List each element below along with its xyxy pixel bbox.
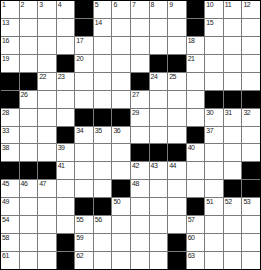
clue-number: 46 [21,180,28,188]
cell-r7c4[interactable] [57,109,75,126]
black-cell-r2c5 [75,19,93,36]
cell-r6c10[interactable] [168,91,186,108]
black-cell-r7c7 [112,109,130,126]
cell-r14c8[interactable] [131,234,149,251]
cell-r4c12[interactable] [205,55,223,72]
clue-number: 10 [206,1,213,9]
cell-r1c13[interactable]: 11 [224,1,242,18]
cell-r13c7[interactable] [112,216,130,233]
clue-number: 60 [188,234,195,242]
cell-r2c1[interactable]: 13 [1,19,19,36]
cell-r3c3[interactable] [38,37,56,54]
cell-r13c13[interactable] [224,216,242,233]
cell-r9c2[interactable] [20,144,38,161]
black-cell-r15c10 [168,252,186,269]
cell-r11c10[interactable] [168,180,186,197]
clue-number: 47 [39,180,46,188]
cell-r15c2[interactable] [20,252,38,269]
cell-r8c13[interactable] [224,127,242,144]
cell-r12c12[interactable]: 51 [205,198,223,215]
clue-number: 56 [95,216,102,224]
black-cell-r12c5 [75,198,93,215]
cell-r3c11[interactable]: 18 [187,37,205,54]
clue-number: 35 [95,127,102,135]
cell-r12c9[interactable] [150,198,168,215]
cell-r7c1[interactable]: 28 [1,109,19,126]
cell-r8c5[interactable]: 34 [75,127,93,144]
black-cell-r12c6 [94,198,112,215]
cell-r6c4[interactable] [57,91,75,108]
cell-r1c3[interactable]: 3 [38,1,56,18]
cell-r10c8[interactable]: 42 [131,162,149,179]
cell-r13c10[interactable] [168,216,186,233]
black-cell-r11c7 [112,180,130,197]
clue-number: 23 [58,73,65,81]
cell-r2c9[interactable] [150,19,168,36]
clue-number: 59 [76,234,83,242]
cell-r2c8[interactable] [131,19,149,36]
cell-r3c13[interactable] [224,37,242,54]
cell-r5c13[interactable] [224,73,242,90]
cell-r3c2[interactable] [20,37,38,54]
cell-r10c13[interactable] [224,162,242,179]
cell-r2c2[interactable] [20,19,38,36]
cell-r12c8[interactable] [131,198,149,215]
clue-number: 61 [2,252,9,260]
cell-r15c11[interactable]: 63 [187,252,205,269]
cell-r1c6[interactable]: 5 [94,1,112,18]
clue-number: 40 [188,144,195,152]
cell-r5c4[interactable]: 23 [57,73,75,90]
cell-r13c2[interactable] [20,216,38,233]
cell-r10c4[interactable]: 41 [57,162,75,179]
clue-number: 62 [76,252,83,260]
black-cell-r5c8 [131,73,149,90]
cell-r15c8[interactable] [131,252,149,269]
cell-r3c10[interactable] [168,37,186,54]
black-cell-r6c12 [205,91,223,108]
black-cell-r7c6 [94,109,112,126]
black-cell-r14c4 [57,234,75,251]
black-cell-r10c3 [38,162,56,179]
black-cell-r1c11 [187,1,205,18]
cell-r5c9[interactable]: 24 [150,73,168,90]
cell-r3c12[interactable] [205,37,223,54]
cell-r12c14[interactable]: 53 [242,198,260,215]
cell-r10c12[interactable] [205,162,223,179]
cell-r4c5[interactable]: 20 [75,55,93,72]
black-cell-r1c5 [75,1,93,18]
black-cell-r4c4 [57,55,75,72]
cell-r7c11[interactable] [187,109,205,126]
clue-number: 24 [151,73,158,81]
black-cell-r15c4 [57,252,75,269]
black-cell-r6c13 [224,91,242,108]
cell-r8c1[interactable]: 33 [1,127,19,144]
cell-r12c1[interactable]: 49 [1,198,19,215]
cell-r1c7[interactable]: 6 [112,1,130,18]
cell-r6c6[interactable] [94,91,112,108]
cell-r4c14[interactable] [242,55,260,72]
cell-r9c7[interactable] [112,144,130,161]
cell-r12c4[interactable] [57,198,75,215]
clue-number: 49 [2,198,9,206]
cell-r15c12[interactable] [205,252,223,269]
cell-r5c5[interactable] [75,73,93,90]
clue-number: 63 [188,252,195,260]
clue-number: 11 [225,1,231,9]
cell-r11c1[interactable]: 45 [1,180,19,197]
cell-r9c1[interactable]: 38 [1,144,19,161]
cell-r2c7[interactable] [112,19,130,36]
cell-r5c6[interactable] [94,73,112,90]
black-cell-r11c13 [224,180,242,197]
clue-number: 54 [2,216,9,224]
cell-r14c5[interactable]: 59 [75,234,93,251]
cell-r14c14[interactable] [242,234,260,251]
clue-number: 57 [188,216,195,224]
cell-r8c9[interactable] [150,127,168,144]
clue-number: 9 [169,1,172,9]
cell-r8c8[interactable] [131,127,149,144]
clue-number: 58 [2,234,9,242]
cell-r7c12[interactable]: 30 [205,109,223,126]
cell-r5c14[interactable] [242,73,260,90]
clue-number: 38 [2,144,9,152]
cell-r1c10[interactable]: 9 [168,1,186,18]
clue-number: 1 [2,1,5,9]
clue-number: 25 [169,73,176,81]
cell-r3c1[interactable]: 16 [1,37,19,54]
cell-r12c3[interactable] [38,198,56,215]
clue-number: 27 [132,91,139,99]
clue-number: 52 [225,198,232,206]
cell-r6c11[interactable] [187,91,205,108]
cell-r14c2[interactable] [20,234,38,251]
cell-r15c9[interactable] [150,252,168,269]
cell-r6c5[interactable] [75,91,93,108]
clue-number: 53 [243,198,250,206]
clue-number: 45 [2,180,9,188]
cell-r14c1[interactable]: 58 [1,234,19,251]
clue-number: 18 [188,37,195,45]
cell-r9c14[interactable] [242,144,260,161]
cell-r13c4[interactable] [57,216,75,233]
cell-r1c12[interactable]: 10 [205,1,223,18]
cell-r3c9[interactable] [150,37,168,54]
clue-number: 20 [76,55,83,63]
clue-number: 17 [76,37,83,45]
clue-number: 14 [95,19,102,27]
clue-number: 5 [95,1,98,9]
cell-r1c2[interactable]: 2 [20,1,38,18]
black-cell-r12c11 [187,198,205,215]
black-cell-r10c1 [1,162,19,179]
cell-r5c7[interactable] [112,73,130,90]
black-cell-r9c10 [168,144,186,161]
cell-r13c6[interactable]: 56 [94,216,112,233]
clue-number: 34 [76,127,83,135]
clue-number: 36 [113,127,120,135]
cell-r12c2[interactable] [20,198,38,215]
cell-r3c14[interactable] [242,37,260,54]
cell-r15c14[interactable] [242,252,260,269]
cell-r13c14[interactable] [242,216,260,233]
clue-number: 39 [58,144,65,152]
black-cell-r5c2 [20,73,38,90]
clue-number: 51 [206,198,213,206]
cell-r9c13[interactable] [224,144,242,161]
clue-number: 41 [58,162,65,170]
cell-r15c5[interactable]: 62 [75,252,93,269]
clue-number: 19 [2,55,9,63]
cell-r1c1[interactable]: 1 [1,1,19,18]
cell-r14c7[interactable] [112,234,130,251]
cell-r2c4[interactable] [57,19,75,36]
clue-number: 4 [58,1,61,9]
cell-r13c9[interactable] [150,216,168,233]
cell-r6c8[interactable]: 27 [131,91,149,108]
clue-number: 42 [132,162,139,170]
cell-r11c6[interactable] [94,180,112,197]
cell-r7c3[interactable] [38,109,56,126]
cell-r13c3[interactable] [38,216,56,233]
cell-r11c12[interactable] [205,180,223,197]
cell-r7c8[interactable]: 29 [131,109,149,126]
clue-number: 32 [243,109,250,117]
cell-r11c9[interactable] [150,180,168,197]
cell-r15c7[interactable] [112,252,130,269]
cell-r15c13[interactable] [224,252,242,269]
cell-r10c9[interactable]: 43 [150,162,168,179]
cell-r9c4[interactable]: 39 [57,144,75,161]
cell-r9c5[interactable] [75,144,93,161]
cell-r6c7[interactable] [112,91,130,108]
cell-r1c8[interactable]: 7 [131,1,149,18]
clue-number: 13 [2,19,9,27]
cell-r10c7[interactable] [112,162,130,179]
cell-r9c11[interactable]: 40 [187,144,205,161]
cell-r2c10[interactable] [168,19,186,36]
cell-r10c10[interactable]: 44 [168,162,186,179]
cell-r3c7[interactable] [112,37,130,54]
cell-r11c2[interactable]: 46 [20,180,38,197]
cell-r6c3[interactable] [38,91,56,108]
cell-r2c3[interactable] [38,19,56,36]
clue-number: 8 [151,1,154,9]
black-cell-r6c1 [1,91,19,108]
cell-r4c2[interactable] [20,55,38,72]
cell-r4c6[interactable] [94,55,112,72]
cell-r5c3[interactable]: 22 [38,73,56,90]
cell-r13c5[interactable]: 55 [75,216,93,233]
cell-r14c12[interactable] [205,234,223,251]
clue-number: 7 [132,1,135,9]
black-cell-r2c11 [187,19,205,36]
cell-r13c1[interactable]: 54 [1,216,19,233]
cell-r8c12[interactable]: 37 [205,127,223,144]
cell-r8c7[interactable]: 36 [112,127,130,144]
cell-r14c6[interactable] [94,234,112,251]
cell-r8c14[interactable] [242,127,260,144]
cell-r2c14[interactable] [242,19,260,36]
cell-r7c13[interactable]: 31 [224,109,242,126]
cell-r7c2[interactable] [20,109,38,126]
cell-r9c12[interactable] [205,144,223,161]
cell-r7c9[interactable] [150,109,168,126]
clue-number: 22 [39,73,46,81]
black-cell-r9c8 [131,144,149,161]
cell-r3c8[interactable] [131,37,149,54]
cell-r11c3[interactable]: 47 [38,180,56,197]
clue-number: 3 [39,1,42,9]
cell-r4c8[interactable] [131,55,149,72]
cell-r3c6[interactable] [94,37,112,54]
cell-r9c3[interactable] [38,144,56,161]
cell-r14c13[interactable] [224,234,242,251]
cell-r11c5[interactable] [75,180,93,197]
cell-r3c5[interactable]: 17 [75,37,93,54]
cell-r11c4[interactable] [57,180,75,197]
clue-number: 29 [132,109,139,117]
black-cell-r8c4 [57,127,75,144]
cell-r13c11[interactable]: 57 [187,216,205,233]
black-cell-r8c11 [187,127,205,144]
cell-r4c11[interactable]: 21 [187,55,205,72]
cell-r2c13[interactable] [224,19,242,36]
black-cell-r6c14 [242,91,260,108]
cell-r5c11[interactable] [187,73,205,90]
clue-number: 6 [113,1,116,9]
cell-r7c14[interactable]: 32 [242,109,260,126]
clue-number: 31 [225,109,232,117]
clue-number: 55 [76,216,83,224]
cell-r11c8[interactable]: 48 [131,180,149,197]
cell-r4c13[interactable] [224,55,242,72]
cell-r7c10[interactable] [168,109,186,126]
cell-r1c9[interactable]: 8 [150,1,168,18]
cell-r12c13[interactable]: 52 [224,198,242,215]
cell-r5c10[interactable]: 25 [168,73,186,90]
cell-r12c7[interactable]: 50 [112,198,130,215]
clue-number: 16 [2,37,9,45]
cell-r5c12[interactable] [205,73,223,90]
cell-r4c7[interactable] [112,55,130,72]
black-cell-r11c14 [242,180,260,197]
clue-number: 44 [169,162,176,170]
cell-r15c6[interactable] [94,252,112,269]
cell-r4c3[interactable] [38,55,56,72]
cell-r14c11[interactable]: 60 [187,234,205,251]
black-cell-r7c5 [75,109,93,126]
clue-number: 28 [2,109,9,117]
cell-r15c3[interactable] [38,252,56,269]
black-cell-r4c10 [168,55,186,72]
cell-r3c4[interactable] [57,37,75,54]
cell-r1c14[interactable]: 12 [242,1,260,18]
black-cell-r10c14 [242,162,260,179]
crossword-grid: 1234567891011121314151617181920212223242… [0,0,261,270]
cell-r8c6[interactable]: 35 [94,127,112,144]
black-cell-r10c2 [20,162,38,179]
clue-number: 12 [243,1,250,9]
cell-r9c6[interactable] [94,144,112,161]
cell-r15c1[interactable]: 61 [1,252,19,269]
clue-number: 26 [21,91,28,99]
clue-number: 21 [188,55,195,63]
cell-r13c8[interactable] [131,216,149,233]
cell-r10c6[interactable] [94,162,112,179]
clue-number: 2 [21,1,24,9]
clue-number: 30 [206,109,213,117]
cell-r4c1[interactable]: 19 [1,55,19,72]
clue-number: 43 [151,162,158,170]
cell-r2c12[interactable]: 15 [205,19,223,36]
cell-r8c10[interactable] [168,127,186,144]
black-cell-r9c9 [150,144,168,161]
clue-number: 37 [206,127,213,135]
black-cell-r4c9 [150,55,168,72]
cell-r11c11[interactable] [187,180,205,197]
clue-number: 15 [206,19,213,27]
cell-r1c4[interactable]: 4 [57,1,75,18]
cell-r10c5[interactable] [75,162,93,179]
clue-number: 33 [2,127,9,135]
cell-r8c3[interactable] [38,127,56,144]
cell-r14c3[interactable] [38,234,56,251]
black-cell-r14c10 [168,234,186,251]
clue-number: 50 [113,198,120,206]
cell-r8c2[interactable] [20,127,38,144]
cell-r14c9[interactable] [150,234,168,251]
cell-r2c6[interactable]: 14 [94,19,112,36]
black-cell-r5c1 [1,73,19,90]
cell-r12c10[interactable] [168,198,186,215]
cell-r6c2[interactable]: 26 [20,91,38,108]
clue-number: 48 [132,180,139,188]
cell-r10c11[interactable] [187,162,205,179]
cell-r13c12[interactable] [205,216,223,233]
cell-r6c9[interactable] [150,91,168,108]
